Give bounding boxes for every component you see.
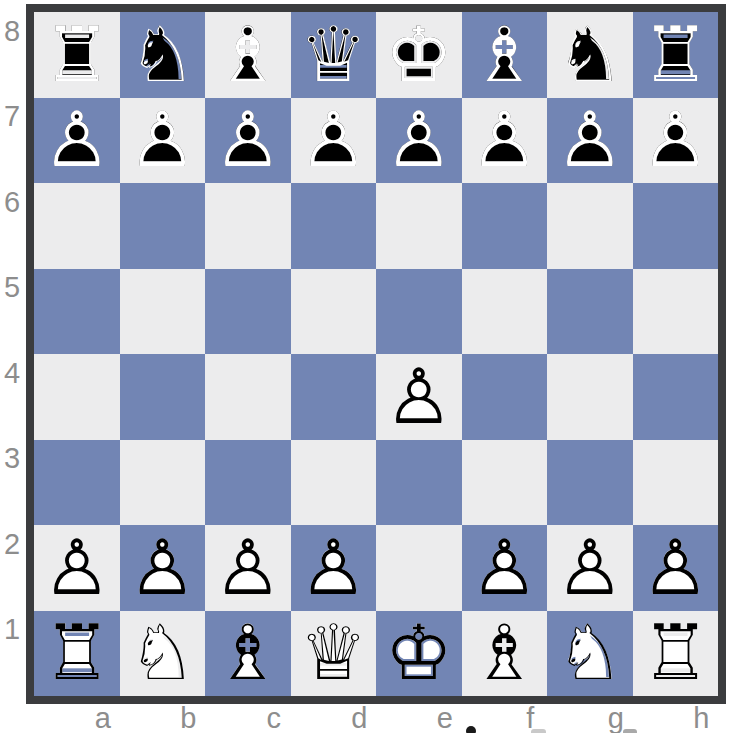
square-b8[interactable]: ♞♘ (120, 12, 206, 98)
square-g8[interactable]: ♞♘ (547, 12, 633, 98)
pawn-outline-icon: ♙ (470, 530, 538, 606)
bishop-outline-icon: ♗ (214, 615, 282, 691)
square-a8[interactable]: ♜♖ (34, 12, 120, 98)
rook-outline-icon: ♖ (43, 615, 111, 691)
piece-black-bishop-f8[interactable]: ♝♗ (470, 17, 538, 93)
bishop-outline-icon: ♗ (470, 17, 538, 93)
square-e3[interactable] (376, 440, 462, 526)
piece-black-pawn-e7[interactable]: ♟♙ (385, 102, 453, 178)
square-e2[interactable] (376, 525, 462, 611)
square-d5[interactable] (291, 269, 377, 355)
square-f3[interactable] (462, 440, 548, 526)
square-a6[interactable] (34, 183, 120, 269)
pawn-outline-icon: ♙ (470, 102, 538, 178)
piece-white-pawn-c2[interactable]: ♟♙ (214, 530, 282, 606)
square-e5[interactable] (376, 269, 462, 355)
file-label-h: h (659, 703, 745, 733)
square-e7[interactable]: ♟♙ (376, 98, 462, 184)
square-d4[interactable] (291, 354, 377, 440)
rook-outline-icon: ♖ (641, 17, 709, 93)
piece-white-bishop-f1[interactable]: ♝♗ (470, 615, 538, 691)
rank-label-4: 4 (0, 356, 24, 390)
square-h4[interactable] (633, 354, 719, 440)
square-d2[interactable]: ♟♙ (291, 525, 377, 611)
file-label-c: c (231, 703, 317, 733)
chessboard-screenshot: ♜♖♞♘♝♗♛♕♚♔♝♗♞♘♜♖♟♙♟♙♟♙♟♙♟♙♟♙♟♙♟♙♟♙♟♙♟♙♟♙… (0, 0, 750, 733)
pawn-outline-icon: ♙ (43, 530, 111, 606)
king-outline-icon: ♔ (385, 615, 453, 691)
bishop-outline-icon: ♗ (470, 615, 538, 691)
page-edge-artifact (623, 729, 637, 733)
piece-white-rook-a1[interactable]: ♜♖ (43, 615, 111, 691)
pawn-outline-icon: ♙ (43, 102, 111, 178)
knight-outline-icon: ♘ (556, 17, 624, 93)
bishop-outline-icon: ♗ (214, 17, 282, 93)
knight-outline-icon: ♘ (556, 615, 624, 691)
file-label-d: d (317, 703, 403, 733)
square-d7[interactable]: ♟♙ (291, 98, 377, 184)
piece-black-king-e8[interactable]: ♚♔ (385, 17, 453, 93)
square-e4[interactable]: ♟♙ (376, 354, 462, 440)
square-f8[interactable]: ♝♗ (462, 12, 548, 98)
pawn-outline-icon: ♙ (641, 530, 709, 606)
rank-label-3: 3 (0, 442, 24, 476)
rook-outline-icon: ♖ (641, 615, 709, 691)
square-b5[interactable] (120, 269, 206, 355)
piece-black-pawn-f7[interactable]: ♟♙ (470, 102, 538, 178)
rank-label-1: 1 (0, 613, 24, 647)
piece-black-pawn-b7[interactable]: ♟♙ (128, 102, 196, 178)
square-c7[interactable]: ♟♙ (205, 98, 291, 184)
queen-outline-icon: ♕ (299, 17, 367, 93)
piece-white-rook-h1[interactable]: ♜♖ (641, 615, 709, 691)
square-b4[interactable] (120, 354, 206, 440)
piece-black-pawn-h7[interactable]: ♟♙ (641, 102, 709, 178)
square-e8[interactable]: ♚♔ (376, 12, 462, 98)
file-label-a: a (60, 703, 146, 733)
page-edge-artifact (531, 729, 546, 733)
square-h6[interactable] (633, 183, 719, 269)
knight-outline-icon: ♘ (128, 17, 196, 93)
piece-black-pawn-c7[interactable]: ♟♙ (214, 102, 282, 178)
square-g5[interactable] (547, 269, 633, 355)
square-d8[interactable]: ♛♕ (291, 12, 377, 98)
square-e1[interactable]: ♚♔ (376, 611, 462, 697)
pawn-outline-icon: ♙ (214, 530, 282, 606)
square-g4[interactable] (547, 354, 633, 440)
square-f4[interactable] (462, 354, 548, 440)
square-g1[interactable]: ♞♘ (547, 611, 633, 697)
queen-outline-icon: ♕ (299, 615, 367, 691)
square-d3[interactable] (291, 440, 377, 526)
square-h2[interactable]: ♟♙ (633, 525, 719, 611)
square-f1[interactable]: ♝♗ (462, 611, 548, 697)
piece-white-pawn-a2[interactable]: ♟♙ (43, 530, 111, 606)
rank-label-7: 7 (0, 100, 24, 134)
piece-black-queen-d8[interactable]: ♛♕ (299, 17, 367, 93)
rook-outline-icon: ♖ (43, 17, 111, 93)
piece-white-pawn-b2[interactable]: ♟♙ (128, 530, 196, 606)
piece-black-pawn-d7[interactable]: ♟♙ (299, 102, 367, 178)
square-d1[interactable]: ♛♕ (291, 611, 377, 697)
square-c2[interactable]: ♟♙ (205, 525, 291, 611)
file-labels: abcdefgh (34, 703, 718, 733)
square-h3[interactable] (633, 440, 719, 526)
piece-white-bishop-c1[interactable]: ♝♗ (214, 615, 282, 691)
square-c3[interactable] (205, 440, 291, 526)
king-outline-icon: ♔ (385, 17, 453, 93)
pawn-outline-icon: ♙ (385, 359, 453, 435)
piece-black-pawn-g7[interactable]: ♟♙ (556, 102, 624, 178)
square-f6[interactable] (462, 183, 548, 269)
square-f2[interactable]: ♟♙ (462, 525, 548, 611)
square-f5[interactable] (462, 269, 548, 355)
square-c6[interactable] (205, 183, 291, 269)
piece-black-knight-g8[interactable]: ♞♘ (556, 17, 624, 93)
square-a4[interactable] (34, 354, 120, 440)
pawn-outline-icon: ♙ (299, 530, 367, 606)
square-h8[interactable]: ♜♖ (633, 12, 719, 98)
pawn-outline-icon: ♙ (128, 102, 196, 178)
piece-white-pawn-f2[interactable]: ♟♙ (470, 530, 538, 606)
pawn-outline-icon: ♙ (214, 102, 282, 178)
piece-black-rook-a8[interactable]: ♜♖ (43, 17, 111, 93)
square-a7[interactable]: ♟♙ (34, 98, 120, 184)
piece-white-king-e1[interactable]: ♚♔ (385, 615, 453, 691)
file-label-f: f (488, 703, 574, 733)
piece-white-knight-g1[interactable]: ♞♘ (556, 615, 624, 691)
file-label-b: b (146, 703, 232, 733)
piece-black-pawn-a7[interactable]: ♟♙ (43, 102, 111, 178)
pawn-outline-icon: ♙ (556, 102, 624, 178)
piece-white-queen-d1[interactable]: ♛♕ (299, 615, 367, 691)
piece-white-pawn-h2[interactable]: ♟♙ (641, 530, 709, 606)
page-edge-artifact (466, 726, 476, 733)
square-g2[interactable]: ♟♙ (547, 525, 633, 611)
square-d6[interactable] (291, 183, 377, 269)
square-a3[interactable] (34, 440, 120, 526)
square-a2[interactable]: ♟♙ (34, 525, 120, 611)
square-b7[interactable]: ♟♙ (120, 98, 206, 184)
chess-board[interactable]: ♜♖♞♘♝♗♛♕♚♔♝♗♞♘♜♖♟♙♟♙♟♙♟♙♟♙♟♙♟♙♟♙♟♙♟♙♟♙♟♙… (34, 12, 718, 696)
piece-black-rook-h8[interactable]: ♜♖ (641, 17, 709, 93)
square-g6[interactable] (547, 183, 633, 269)
rank-label-8: 8 (0, 14, 24, 48)
knight-outline-icon: ♘ (128, 615, 196, 691)
pawn-outline-icon: ♙ (299, 102, 367, 178)
pawn-outline-icon: ♙ (556, 530, 624, 606)
square-h5[interactable] (633, 269, 719, 355)
piece-black-bishop-c8[interactable]: ♝♗ (214, 17, 282, 93)
file-label-g: g (573, 703, 659, 733)
rank-label-6: 6 (0, 185, 24, 219)
square-b3[interactable] (120, 440, 206, 526)
piece-white-pawn-g2[interactable]: ♟♙ (556, 530, 624, 606)
board-frame: ♜♖♞♘♝♗♛♕♚♔♝♗♞♘♜♖♟♙♟♙♟♙♟♙♟♙♟♙♟♙♟♙♟♙♟♙♟♙♟♙… (26, 4, 726, 704)
square-c8[interactable]: ♝♗ (205, 12, 291, 98)
square-c5[interactable] (205, 269, 291, 355)
piece-white-pawn-d2[interactable]: ♟♙ (299, 530, 367, 606)
rank-label-5: 5 (0, 271, 24, 305)
square-h7[interactable]: ♟♙ (633, 98, 719, 184)
square-a1[interactable]: ♜♖ (34, 611, 120, 697)
piece-white-pawn-e4[interactable]: ♟♙ (385, 359, 453, 435)
square-b1[interactable]: ♞♘ (120, 611, 206, 697)
square-h1[interactable]: ♜♖ (633, 611, 719, 697)
square-a5[interactable] (34, 269, 120, 355)
pawn-outline-icon: ♙ (128, 530, 196, 606)
square-e6[interactable] (376, 183, 462, 269)
rank-label-2: 2 (0, 527, 24, 561)
square-f7[interactable]: ♟♙ (462, 98, 548, 184)
square-g7[interactable]: ♟♙ (547, 98, 633, 184)
piece-black-knight-b8[interactable]: ♞♘ (128, 17, 196, 93)
square-c4[interactable] (205, 354, 291, 440)
pawn-outline-icon: ♙ (641, 102, 709, 178)
piece-white-knight-b1[interactable]: ♞♘ (128, 615, 196, 691)
square-b6[interactable] (120, 183, 206, 269)
square-b2[interactable]: ♟♙ (120, 525, 206, 611)
pawn-outline-icon: ♙ (385, 102, 453, 178)
square-c1[interactable]: ♝♗ (205, 611, 291, 697)
square-g3[interactable] (547, 440, 633, 526)
